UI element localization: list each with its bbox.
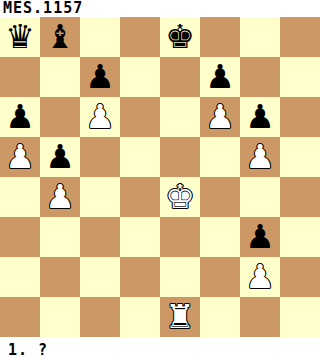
square-f4[interactable]	[200, 177, 240, 217]
square-h7[interactable]	[280, 57, 320, 97]
square-c6[interactable]: ♟	[80, 97, 120, 137]
square-h6[interactable]	[280, 97, 320, 137]
square-f2[interactable]	[200, 257, 240, 297]
square-g4[interactable]	[240, 177, 280, 217]
square-c7[interactable]: ♟	[80, 57, 120, 97]
square-c1[interactable]	[80, 297, 120, 337]
square-f1[interactable]	[200, 297, 240, 337]
square-c8[interactable]	[80, 17, 120, 57]
square-d5[interactable]	[120, 137, 160, 177]
square-g1[interactable]	[240, 297, 280, 337]
square-f6[interactable]: ♟	[200, 97, 240, 137]
square-b4[interactable]: ♟	[40, 177, 80, 217]
piece-black-pawn[interactable]: ♟	[205, 57, 235, 97]
square-e5[interactable]	[160, 137, 200, 177]
piece-black-pawn[interactable]: ♟	[245, 97, 275, 137]
move-prompt: 1. ?	[0, 337, 320, 360]
square-c2[interactable]	[80, 257, 120, 297]
piece-black-pawn[interactable]: ♟	[5, 97, 35, 137]
piece-white-rook[interactable]: ♜	[165, 297, 195, 337]
square-a3[interactable]	[0, 217, 40, 257]
square-d2[interactable]	[120, 257, 160, 297]
square-e4[interactable]: ♚	[160, 177, 200, 217]
piece-black-pawn[interactable]: ♟	[45, 137, 75, 177]
square-f7[interactable]: ♟	[200, 57, 240, 97]
piece-white-pawn[interactable]: ♟	[205, 97, 235, 137]
square-b2[interactable]	[40, 257, 80, 297]
square-d7[interactable]	[120, 57, 160, 97]
square-h3[interactable]	[280, 217, 320, 257]
square-a4[interactable]	[0, 177, 40, 217]
chess-puzzle-window: MES.1157 ♛♝♚♟♟♟♟♟♟♟♟♟♟♚♟♟♜ 1. ?	[0, 0, 320, 360]
square-e8[interactable]: ♚	[160, 17, 200, 57]
square-g7[interactable]	[240, 57, 280, 97]
square-d3[interactable]	[120, 217, 160, 257]
square-d1[interactable]	[120, 297, 160, 337]
piece-white-pawn[interactable]: ♟	[5, 137, 35, 177]
piece-black-queen[interactable]: ♛	[5, 17, 35, 57]
square-a8[interactable]: ♛	[0, 17, 40, 57]
square-h5[interactable]	[280, 137, 320, 177]
square-f8[interactable]	[200, 17, 240, 57]
square-h1[interactable]	[280, 297, 320, 337]
chess-board: ♛♝♚♟♟♟♟♟♟♟♟♟♟♚♟♟♜	[0, 17, 320, 337]
piece-black-pawn[interactable]: ♟	[85, 57, 115, 97]
square-a7[interactable]	[0, 57, 40, 97]
square-d6[interactable]	[120, 97, 160, 137]
square-e6[interactable]	[160, 97, 200, 137]
square-b7[interactable]	[40, 57, 80, 97]
square-g3[interactable]: ♟	[240, 217, 280, 257]
square-a1[interactable]	[0, 297, 40, 337]
square-d4[interactable]	[120, 177, 160, 217]
square-c5[interactable]	[80, 137, 120, 177]
square-b1[interactable]	[40, 297, 80, 337]
square-c3[interactable]	[80, 217, 120, 257]
square-c4[interactable]	[80, 177, 120, 217]
square-d8[interactable]	[120, 17, 160, 57]
piece-white-pawn[interactable]: ♟	[245, 137, 275, 177]
square-a6[interactable]: ♟	[0, 97, 40, 137]
piece-white-pawn[interactable]: ♟	[245, 257, 275, 297]
piece-black-bishop[interactable]: ♝	[45, 17, 75, 57]
piece-black-pawn[interactable]: ♟	[245, 217, 275, 257]
page-title: MES.1157	[0, 0, 320, 17]
piece-black-king[interactable]: ♚	[165, 17, 195, 57]
square-g6[interactable]: ♟	[240, 97, 280, 137]
square-b3[interactable]	[40, 217, 80, 257]
square-h2[interactable]	[280, 257, 320, 297]
square-f3[interactable]	[200, 217, 240, 257]
square-h8[interactable]	[280, 17, 320, 57]
square-e3[interactable]	[160, 217, 200, 257]
piece-white-king[interactable]: ♚	[165, 177, 195, 217]
square-a2[interactable]	[0, 257, 40, 297]
square-g5[interactable]: ♟	[240, 137, 280, 177]
square-e7[interactable]	[160, 57, 200, 97]
square-e1[interactable]: ♜	[160, 297, 200, 337]
square-g2[interactable]: ♟	[240, 257, 280, 297]
square-e2[interactable]	[160, 257, 200, 297]
square-b8[interactable]: ♝	[40, 17, 80, 57]
piece-white-pawn[interactable]: ♟	[85, 97, 115, 137]
square-f5[interactable]	[200, 137, 240, 177]
square-h4[interactable]	[280, 177, 320, 217]
piece-white-pawn[interactable]: ♟	[45, 177, 75, 217]
square-b6[interactable]	[40, 97, 80, 137]
square-a5[interactable]: ♟	[0, 137, 40, 177]
square-b5[interactable]: ♟	[40, 137, 80, 177]
square-g8[interactable]	[240, 17, 280, 57]
